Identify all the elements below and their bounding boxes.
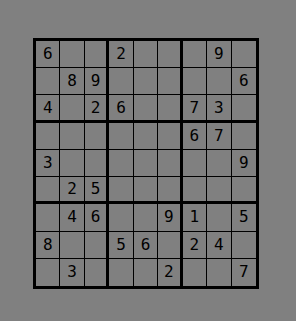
sudoku-cell-r8c8[interactable]: 4 (207, 232, 231, 259)
sudoku-cell-r8c6[interactable] (158, 232, 182, 259)
sudoku-cell-r5c3[interactable] (85, 150, 109, 177)
sudoku-cell-r4c7[interactable]: 6 (183, 123, 207, 150)
sudoku-cell-r6c4[interactable] (109, 177, 133, 204)
sudoku-cell-r2c7[interactable] (183, 68, 207, 95)
sudoku-cell-r2c6[interactable] (158, 68, 182, 95)
sudoku-cell-r7c9[interactable]: 5 (232, 204, 256, 231)
sudoku-cell-r5c9[interactable]: 9 (232, 150, 256, 177)
sudoku-cell-r3c9[interactable] (232, 95, 256, 122)
sudoku-cell-r2c8[interactable] (207, 68, 231, 95)
sudoku-cell-r9c9[interactable]: 7 (232, 259, 256, 286)
sudoku-cell-r9c2[interactable]: 3 (60, 259, 84, 286)
sudoku-cell-r1c2[interactable] (60, 41, 84, 68)
sudoku-cell-r2c3[interactable]: 9 (85, 68, 109, 95)
sudoku-cell-r4c2[interactable] (60, 123, 84, 150)
sudoku-cell-r8c1[interactable]: 8 (36, 232, 60, 259)
sudoku-cell-r9c8[interactable] (207, 259, 231, 286)
sudoku-cell-r3c3[interactable]: 2 (85, 95, 109, 122)
sudoku-cell-r4c3[interactable] (85, 123, 109, 150)
sudoku-cell-r4c4[interactable] (109, 123, 133, 150)
sudoku-cell-r8c9[interactable] (232, 232, 256, 259)
sudoku-cell-r2c9[interactable]: 6 (232, 68, 256, 95)
sudoku-cell-r7c6[interactable]: 9 (158, 204, 182, 231)
sudoku-cell-r5c7[interactable] (183, 150, 207, 177)
sudoku-cell-r4c1[interactable] (36, 123, 60, 150)
sudoku-cell-r4c8[interactable]: 7 (207, 123, 231, 150)
sudoku-cell-r3c1[interactable]: 4 (36, 95, 60, 122)
sudoku-cell-r9c6[interactable]: 2 (158, 259, 182, 286)
sudoku-cell-r2c1[interactable] (36, 68, 60, 95)
sudoku-cell-r6c1[interactable] (36, 177, 60, 204)
sudoku-cell-r7c1[interactable] (36, 204, 60, 231)
sudoku-cell-r6c9[interactable] (232, 177, 256, 204)
sudoku-cell-r1c7[interactable] (183, 41, 207, 68)
sudoku-cell-r7c7[interactable]: 1 (183, 204, 207, 231)
sudoku-cell-r8c3[interactable] (85, 232, 109, 259)
sudoku-cell-r2c2[interactable]: 8 (60, 68, 84, 95)
sudoku-cell-r9c3[interactable] (85, 259, 109, 286)
sudoku-cell-r9c7[interactable] (183, 259, 207, 286)
sudoku-cell-r7c3[interactable]: 6 (85, 204, 109, 231)
sudoku-cell-r1c3[interactable] (85, 41, 109, 68)
sudoku-cell-r1c8[interactable]: 9 (207, 41, 231, 68)
sudoku-cell-r7c5[interactable] (134, 204, 158, 231)
sudoku-cell-r6c3[interactable]: 5 (85, 177, 109, 204)
sudoku-cell-r7c2[interactable]: 4 (60, 204, 84, 231)
sudoku-cell-r3c2[interactable] (60, 95, 84, 122)
sudoku-cell-r4c9[interactable] (232, 123, 256, 150)
sudoku-cell-r8c2[interactable] (60, 232, 84, 259)
app-background: { "game": "sudoku", "position": "6002000… (0, 0, 296, 321)
sudoku-cell-r9c5[interactable] (134, 259, 158, 286)
sudoku-cell-r7c8[interactable] (207, 204, 231, 231)
sudoku-cell-r6c7[interactable] (183, 177, 207, 204)
sudoku-board: 629896426736739254691585624327 (33, 38, 259, 289)
sudoku-cell-r1c1[interactable]: 6 (36, 41, 60, 68)
sudoku-cell-r6c5[interactable] (134, 177, 158, 204)
sudoku-cell-r5c1[interactable]: 3 (36, 150, 60, 177)
sudoku-cell-r1c9[interactable] (232, 41, 256, 68)
sudoku-cell-r5c8[interactable] (207, 150, 231, 177)
sudoku-cell-r1c5[interactable] (134, 41, 158, 68)
sudoku-cell-r3c7[interactable]: 7 (183, 95, 207, 122)
sudoku-cell-r6c6[interactable] (158, 177, 182, 204)
sudoku-cell-r3c8[interactable]: 3 (207, 95, 231, 122)
sudoku-cell-r3c4[interactable]: 6 (109, 95, 133, 122)
sudoku-cell-r4c5[interactable] (134, 123, 158, 150)
sudoku-cell-r3c6[interactable] (158, 95, 182, 122)
sudoku-cell-r8c7[interactable]: 2 (183, 232, 207, 259)
sudoku-cell-r9c1[interactable] (36, 259, 60, 286)
sudoku-cell-r5c5[interactable] (134, 150, 158, 177)
sudoku-cell-r5c2[interactable] (60, 150, 84, 177)
sudoku-cell-r5c4[interactable] (109, 150, 133, 177)
sudoku-cell-r2c4[interactable] (109, 68, 133, 95)
sudoku-cell-r6c2[interactable]: 2 (60, 177, 84, 204)
sudoku-cell-r2c5[interactable] (134, 68, 158, 95)
sudoku-cell-r1c6[interactable] (158, 41, 182, 68)
sudoku-cell-r9c4[interactable] (109, 259, 133, 286)
sudoku-cell-r5c6[interactable] (158, 150, 182, 177)
sudoku-cell-r8c5[interactable]: 6 (134, 232, 158, 259)
sudoku-cell-r4c6[interactable] (158, 123, 182, 150)
sudoku-cell-r6c8[interactable] (207, 177, 231, 204)
sudoku-cell-r8c4[interactable]: 5 (109, 232, 133, 259)
sudoku-cell-r7c4[interactable] (109, 204, 133, 231)
sudoku-cell-r3c5[interactable] (134, 95, 158, 122)
sudoku-cell-r1c4[interactable]: 2 (109, 41, 133, 68)
